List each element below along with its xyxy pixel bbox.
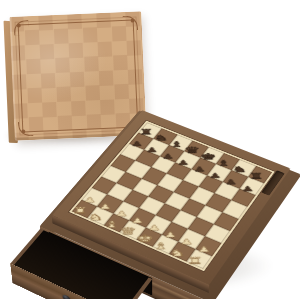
board-square-h3 (205, 224, 231, 243)
chess-piece-white-p: ♟ (112, 210, 131, 217)
board-square-a1: ♜ (72, 200, 98, 219)
chess-piece-white-p: ♟ (194, 245, 213, 252)
board-square-e1: ♚ (136, 227, 162, 247)
board-square-e2: ♟ (146, 215, 172, 234)
chess-piece-white-q: ♛ (118, 226, 137, 236)
board-square-g5 (206, 193, 231, 212)
chess-piece-white-p: ♟ (96, 203, 115, 210)
board-square-d1: ♛ (120, 220, 146, 239)
board-square-d3 (139, 196, 164, 215)
board-square-g3 (188, 217, 214, 236)
board-square-c3 (123, 190, 148, 208)
chess-piece-white-p: ♟ (144, 224, 163, 231)
board-square-g2: ♟ (179, 229, 205, 249)
chess-piece-white-b: ♝ (151, 241, 170, 250)
board-square-f1: ♝ (153, 234, 179, 254)
board-square-g1: ♞ (169, 241, 195, 261)
chess-piece-white-p: ♟ (80, 196, 99, 203)
board-square-e3 (155, 203, 180, 222)
board-square-h4 (213, 212, 238, 231)
chess-piece-white-b: ♝ (102, 220, 121, 229)
board-square-f2: ♟ (162, 222, 188, 241)
chess-piece-white-r: ♜ (70, 206, 89, 215)
board-square-e4 (164, 192, 189, 211)
board-square-b1: ♞ (88, 206, 114, 225)
board-square-c1: ♝ (104, 213, 130, 232)
chess-piece-white-p: ♟ (161, 231, 180, 238)
chess-piece-white-p: ♟ (177, 238, 196, 245)
board-square-h5 (222, 200, 247, 219)
chess-piece-white-n: ♞ (86, 213, 105, 222)
chess-piece-white-k: ♚ (135, 233, 154, 243)
board-square-h2: ♟ (195, 236, 221, 256)
drawer-knob (63, 294, 71, 299)
chess-set-scene: ♜♞♝♛♚♝♞♜♟♟♟♟♟♟♟♟♟♟♟♟♟♟♟♟♜♞♝♛♚♝♞♜ (0, 0, 300, 299)
board-square-f4 (181, 198, 206, 217)
product-photo: ♜♞♝♛♚♝♞♜♟♟♟♟♟♟♟♟♟♟♟♟♟♟♟♟♜♞♝♛♚♝♞♜ (0, 0, 300, 299)
board-square-c2: ♟ (113, 201, 139, 220)
board-square-d2: ♟ (129, 208, 155, 227)
chess-piece-white-n: ♞ (168, 249, 187, 258)
chess-piece-white-p: ♟ (128, 217, 147, 224)
chess-piece-white-r: ♜ (185, 256, 205, 265)
board-square-g4 (197, 205, 222, 224)
board-square-f3 (171, 210, 197, 229)
board-square-b2: ♟ (98, 195, 124, 214)
chess-set: ♜♞♝♛♚♝♞♜♟♟♟♟♟♟♟♟♟♟♟♟♟♟♟♟♜♞♝♛♚♝♞♜ (52, 110, 290, 285)
board-square-h1: ♜ (186, 249, 212, 269)
